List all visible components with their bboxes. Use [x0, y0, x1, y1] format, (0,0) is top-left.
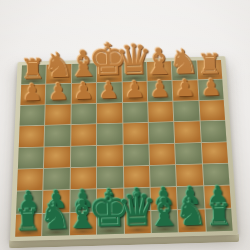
piece-copper-pawn: ♟ — [73, 79, 95, 103]
board-square-r5c7 — [175, 143, 201, 165]
board-square-r4c1 — [19, 126, 45, 147]
board-square-r4c7 — [174, 121, 200, 142]
piece-copper-pawn: ♟ — [175, 76, 197, 100]
board-square-r3c2 — [45, 104, 70, 125]
board-square-r5c8 — [201, 142, 228, 164]
piece-green-knight: ♞ — [175, 194, 209, 232]
board-square-r3c7 — [174, 101, 200, 122]
board-square-r3c6 — [148, 101, 173, 122]
piece-copper-pawn: ♟ — [149, 77, 171, 101]
board-square-r3c4 — [97, 103, 122, 124]
board-square-r2c6: ♟ — [147, 81, 172, 101]
board-square-r8c8: ♜ — [205, 208, 233, 231]
board-square-r4c5 — [123, 123, 148, 144]
piece-green-rook: ♜ — [14, 205, 42, 236]
photo-background: ♜♞♝♚♛♝♞♜♟♟♟♟♟♟♟♟♟♟♟♟♟♟♟♟♜♞♝♚♛♝♞♜ — [0, 0, 250, 250]
board-square-r4c8 — [200, 121, 226, 142]
board-square-r8c7: ♞ — [178, 209, 205, 232]
board-square-r4c3 — [71, 124, 96, 145]
board-square-r2c4: ♟ — [97, 83, 122, 103]
board-square-r5c6 — [149, 143, 175, 165]
chess-scene: ♜♞♝♚♛♝♞♜♟♟♟♟♟♟♟♟♟♟♟♟♟♟♟♟♜♞♝♚♛♝♞♜ — [0, 0, 250, 250]
board-square-r3c5 — [123, 102, 148, 123]
board-square-r2c8: ♟ — [198, 80, 224, 100]
board-square-r5c5 — [123, 144, 149, 166]
chess-board: ♜♞♝♚♛♝♞♜♟♟♟♟♟♟♟♟♟♟♟♟♟♟♟♟♜♞♝♚♛♝♞♜ — [10, 56, 238, 241]
board-square-r5c3 — [71, 146, 96, 168]
board-grid: ♜♞♝♚♛♝♞♜♟♟♟♟♟♟♟♟♟♟♟♟♟♟♟♟♜♞♝♚♛♝♞♜ — [15, 60, 232, 237]
board-square-r2c1: ♟ — [20, 85, 45, 105]
board-square-r4c2 — [45, 125, 70, 146]
board-square-r3c1 — [20, 105, 45, 126]
board-square-r2c7: ♟ — [173, 80, 198, 100]
piece-copper-pawn: ♟ — [200, 75, 222, 99]
board-square-r4c6 — [149, 122, 175, 143]
board-square-r3c8 — [199, 100, 225, 121]
board-square-r3c3 — [71, 104, 96, 125]
board-square-r2c3: ♟ — [71, 83, 96, 103]
piece-copper-pawn: ♟ — [22, 80, 44, 104]
board-square-r5c1 — [18, 147, 44, 169]
board-square-r2c5: ♟ — [122, 82, 147, 102]
board-square-r5c4 — [97, 145, 122, 167]
board-square-r8c1: ♜ — [15, 214, 42, 237]
piece-copper-pawn: ♟ — [47, 80, 69, 104]
board-square-r5c2 — [44, 146, 70, 168]
piece-copper-pawn: ♟ — [98, 78, 120, 102]
board-square-r2c2: ♟ — [46, 84, 71, 104]
piece-copper-pawn: ♟ — [124, 77, 146, 101]
piece-green-rook: ♜ — [205, 200, 233, 231]
board-frame: ♜♞♝♚♛♝♞♜♟♟♟♟♟♟♟♟♟♟♟♟♟♟♟♟♜♞♝♚♛♝♞♜ — [10, 56, 238, 241]
board-square-r4c4 — [97, 124, 122, 145]
